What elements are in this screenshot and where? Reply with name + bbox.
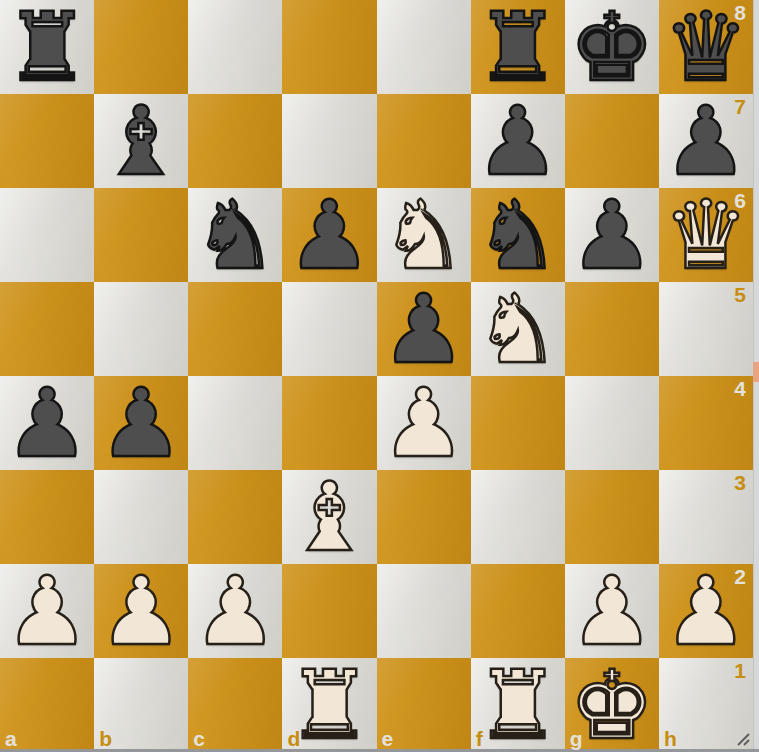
- piece-black-pawn[interactable]: ♟: [4, 376, 89, 470]
- coord-file-a: a: [5, 727, 17, 751]
- square-g6[interactable]: ♟: [565, 188, 659, 282]
- square-d5[interactable]: [282, 282, 376, 376]
- coord-file-f: f: [476, 727, 483, 751]
- square-g3[interactable]: [565, 470, 659, 564]
- square-e7[interactable]: [377, 94, 471, 188]
- square-a4[interactable]: ♟: [0, 376, 94, 470]
- square-b6[interactable]: [94, 188, 188, 282]
- piece-white-pawn[interactable]: ♟: [99, 564, 184, 658]
- piece-black-pawn[interactable]: ♟: [99, 376, 184, 470]
- square-e1[interactable]: e: [377, 658, 471, 752]
- coord-rank-6: 6: [734, 189, 746, 213]
- square-e5[interactable]: ♟: [377, 282, 471, 376]
- square-b4[interactable]: ♟: [94, 376, 188, 470]
- piece-black-rook[interactable]: ♜: [475, 0, 560, 94]
- square-f2[interactable]: [471, 564, 565, 658]
- square-g5[interactable]: [565, 282, 659, 376]
- coord-rank-2: 2: [734, 565, 746, 589]
- square-g4[interactable]: [565, 376, 659, 470]
- square-g1[interactable]: ♚g: [565, 658, 659, 752]
- piece-white-pawn[interactable]: ♟: [193, 564, 278, 658]
- square-b7[interactable]: ♝: [94, 94, 188, 188]
- square-c7[interactable]: [188, 94, 282, 188]
- coord-rank-1: 1: [734, 659, 746, 683]
- square-a1[interactable]: a: [0, 658, 94, 752]
- square-d1[interactable]: ♜d: [282, 658, 376, 752]
- square-g7[interactable]: [565, 94, 659, 188]
- square-a3[interactable]: [0, 470, 94, 564]
- square-a2[interactable]: ♟: [0, 564, 94, 658]
- piece-white-pawn[interactable]: ♟: [381, 376, 466, 470]
- piece-white-knight[interactable]: ♞: [381, 188, 466, 282]
- square-d7[interactable]: [282, 94, 376, 188]
- square-a8[interactable]: ♜: [0, 0, 94, 94]
- square-c3[interactable]: [188, 470, 282, 564]
- square-a5[interactable]: [0, 282, 94, 376]
- piece-black-pawn[interactable]: ♟: [381, 282, 466, 376]
- square-h5[interactable]: 5: [659, 282, 753, 376]
- square-c8[interactable]: [188, 0, 282, 94]
- square-g2[interactable]: ♟: [565, 564, 659, 658]
- square-e4[interactable]: ♟: [377, 376, 471, 470]
- coord-file-g: g: [570, 727, 583, 751]
- piece-white-bishop[interactable]: ♝: [287, 470, 372, 564]
- piece-black-rook[interactable]: ♜: [4, 0, 89, 94]
- square-h8[interactable]: ♛8: [659, 0, 753, 94]
- square-f4[interactable]: [471, 376, 565, 470]
- square-d6[interactable]: ♟: [282, 188, 376, 282]
- coord-rank-7: 7: [734, 95, 746, 119]
- coord-file-c: c: [193, 727, 205, 751]
- square-c4[interactable]: [188, 376, 282, 470]
- square-f6[interactable]: ♞: [471, 188, 565, 282]
- coord-file-h: h: [664, 727, 677, 751]
- square-e3[interactable]: [377, 470, 471, 564]
- coord-file-e: e: [382, 727, 394, 751]
- square-h2[interactable]: ♟2: [659, 564, 753, 658]
- piece-white-pawn[interactable]: ♟: [569, 564, 654, 658]
- square-e6[interactable]: ♞: [377, 188, 471, 282]
- piece-white-rook[interactable]: ♜: [475, 658, 560, 752]
- square-h3[interactable]: 3: [659, 470, 753, 564]
- square-f3[interactable]: [471, 470, 565, 564]
- chess-board-page: ♜♜♚♛8♝♟♟7♞♟♞♞♟♛6♟♞5♟♟♟4♝3♟♟♟♟♟2abc♜de♜f♚…: [0, 0, 759, 752]
- square-h4[interactable]: 4: [659, 376, 753, 470]
- piece-black-king[interactable]: ♚: [569, 0, 654, 94]
- square-h6[interactable]: ♛6: [659, 188, 753, 282]
- square-h7[interactable]: ♟7: [659, 94, 753, 188]
- square-e8[interactable]: [377, 0, 471, 94]
- square-a7[interactable]: [0, 94, 94, 188]
- resize-handle-icon[interactable]: [735, 731, 751, 747]
- chess-board: ♜♜♚♛8♝♟♟7♞♟♞♞♟♛6♟♞5♟♟♟4♝3♟♟♟♟♟2abc♜de♜f♚…: [0, 0, 753, 752]
- square-b8[interactable]: [94, 0, 188, 94]
- piece-black-pawn[interactable]: ♟: [569, 188, 654, 282]
- square-g8[interactable]: ♚: [565, 0, 659, 94]
- square-f1[interactable]: ♜f: [471, 658, 565, 752]
- coord-rank-3: 3: [734, 471, 746, 495]
- square-c1[interactable]: c: [188, 658, 282, 752]
- square-d8[interactable]: [282, 0, 376, 94]
- piece-white-knight[interactable]: ♞: [475, 282, 560, 376]
- side-panel-fragment: [753, 362, 759, 382]
- square-d3[interactable]: ♝: [282, 470, 376, 564]
- square-e2[interactable]: [377, 564, 471, 658]
- square-b3[interactable]: [94, 470, 188, 564]
- square-c5[interactable]: [188, 282, 282, 376]
- coord-file-b: b: [99, 727, 112, 751]
- square-b5[interactable]: [94, 282, 188, 376]
- square-d4[interactable]: [282, 376, 376, 470]
- coord-rank-8: 8: [734, 1, 746, 25]
- piece-black-pawn[interactable]: ♟: [287, 188, 372, 282]
- square-a6[interactable]: [0, 188, 94, 282]
- piece-black-bishop[interactable]: ♝: [99, 94, 184, 188]
- piece-black-knight[interactable]: ♞: [475, 188, 560, 282]
- square-d2[interactable]: [282, 564, 376, 658]
- square-c2[interactable]: ♟: [188, 564, 282, 658]
- coord-file-d: d: [287, 727, 300, 751]
- square-f8[interactable]: ♜: [471, 0, 565, 94]
- square-b1[interactable]: b: [94, 658, 188, 752]
- piece-white-pawn[interactable]: ♟: [4, 564, 89, 658]
- coord-rank-5: 5: [734, 283, 746, 307]
- piece-black-knight[interactable]: ♞: [193, 188, 278, 282]
- square-c6[interactable]: ♞: [188, 188, 282, 282]
- piece-black-pawn[interactable]: ♟: [475, 94, 560, 188]
- square-b2[interactable]: ♟: [94, 564, 188, 658]
- coord-rank-4: 4: [734, 377, 746, 401]
- square-f7[interactable]: ♟: [471, 94, 565, 188]
- square-f5[interactable]: ♞: [471, 282, 565, 376]
